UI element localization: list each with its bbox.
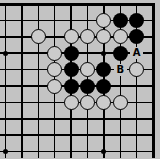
white-stone <box>96 13 111 28</box>
star-point <box>3 149 8 154</box>
white-stone <box>80 29 95 44</box>
white-stone <box>96 29 111 44</box>
white-stone <box>129 62 144 77</box>
grid-line-vertical <box>21 3 23 159</box>
board-top-edge-line <box>0 3 155 6</box>
white-stone <box>47 46 62 61</box>
go-board[interactable]: AB <box>0 0 160 158</box>
grid-line-vertical <box>38 3 40 159</box>
white-stone <box>113 29 128 44</box>
black-stone <box>129 13 144 28</box>
star-point <box>101 149 106 154</box>
black-stone <box>64 79 79 94</box>
black-stone <box>113 46 128 61</box>
black-stone <box>64 46 79 61</box>
black-stone <box>129 29 144 44</box>
grid-line-horizontal <box>0 118 155 120</box>
black-stone <box>96 62 111 77</box>
white-stone <box>80 95 95 110</box>
grid-line-horizontal <box>0 151 155 153</box>
white-stone <box>47 79 62 94</box>
black-stone <box>80 79 95 94</box>
grid-line-vertical <box>5 3 7 159</box>
grid-line-horizontal <box>0 134 155 136</box>
white-stone <box>113 95 128 110</box>
move-label-A[interactable]: A <box>130 47 143 59</box>
white-stone <box>31 29 46 44</box>
white-stone <box>47 62 62 77</box>
black-stone <box>113 13 128 28</box>
star-point <box>3 51 8 56</box>
move-label-B[interactable]: B <box>114 64 127 76</box>
white-stone <box>64 29 79 44</box>
black-stone <box>64 62 79 77</box>
white-stone <box>80 62 95 77</box>
black-stone <box>96 79 111 94</box>
white-stone <box>96 95 111 110</box>
board-right-edge-line <box>152 3 155 159</box>
white-stone <box>64 95 79 110</box>
star-point <box>101 51 106 56</box>
